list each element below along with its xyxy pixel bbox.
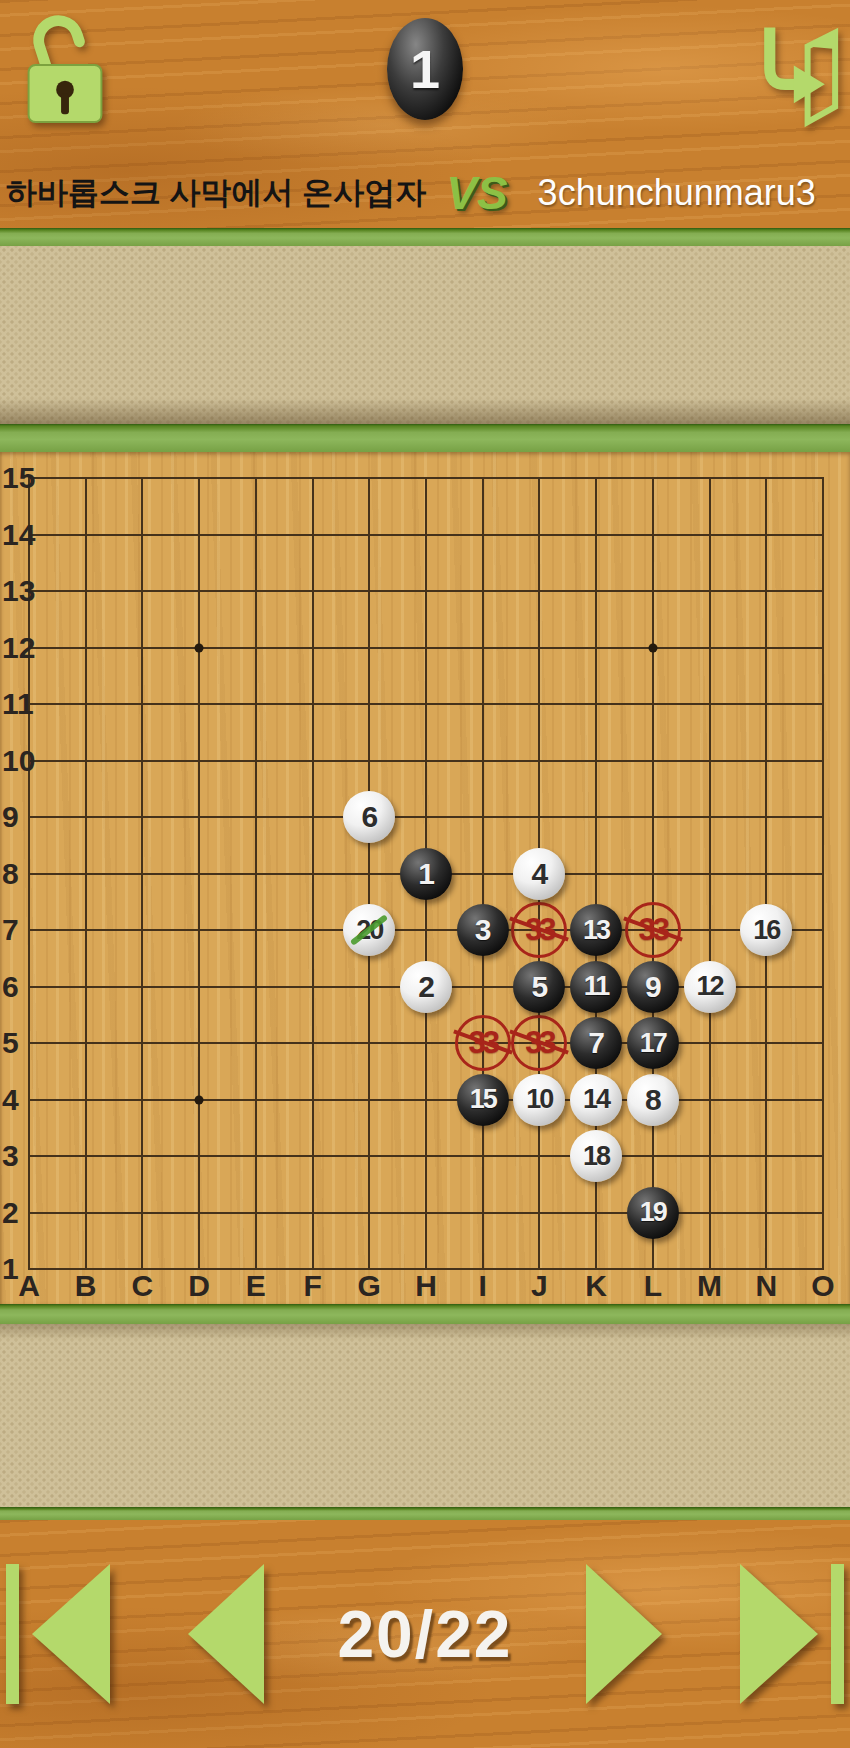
nav-bar: 20/22 — [0, 1520, 850, 1748]
exit-arrow-icon — [756, 18, 842, 130]
previous-move-icon — [186, 1559, 268, 1709]
forbidden-33-mark: 33 — [455, 1015, 511, 1071]
stone-black-19: 19 — [627, 1187, 679, 1239]
col-labels: ABCDEFGHIJKLMNO — [28, 1268, 824, 1304]
col-label: I — [479, 1268, 487, 1304]
star-point — [195, 1095, 204, 1104]
row-label: 3 — [2, 1139, 19, 1173]
stone-white-14: 14 — [570, 1074, 622, 1126]
player-black-name: 하바롭스크 사막에서 온사업자 — [6, 172, 426, 214]
exit-button[interactable] — [756, 18, 842, 130]
col-label: N — [755, 1268, 777, 1304]
stone-black-11: 11 — [570, 961, 622, 1013]
stone-white-2: 2 — [400, 961, 452, 1013]
first-move-button[interactable] — [4, 1559, 116, 1709]
skip-to-last-icon — [734, 1559, 846, 1709]
player-white-name: 3chunchunmaru3 — [538, 172, 816, 214]
grid-line — [28, 929, 824, 931]
forbidden-33-mark: 33 — [511, 1015, 567, 1071]
row-label: 2 — [2, 1196, 19, 1230]
row-label: 7 — [2, 913, 19, 947]
grid-line — [709, 477, 711, 1270]
col-label: O — [811, 1268, 834, 1304]
row-label: 10 — [2, 744, 35, 778]
col-label: M — [697, 1268, 722, 1304]
stone-black-17: 17 — [627, 1017, 679, 1069]
turn-stone-badge: 1 — [387, 18, 463, 120]
col-label: A — [18, 1268, 40, 1304]
col-label: L — [644, 1268, 662, 1304]
stone-black-7: 7 — [570, 1017, 622, 1069]
row-label: 1 — [2, 1252, 19, 1286]
stone-black-5: 5 — [513, 961, 565, 1013]
top-bar: 1 하바롭스크 사막에서 온사업자 VS 3chunchunmaru3 — [0, 0, 850, 228]
grid-line — [482, 477, 484, 1270]
stone-white-20: 20 — [343, 904, 395, 956]
stone-white-4: 4 — [513, 848, 565, 900]
col-label: F — [303, 1268, 321, 1304]
stone-white-8: 8 — [627, 1074, 679, 1126]
col-label: G — [358, 1268, 381, 1304]
grid-line — [822, 477, 824, 1270]
grid-line — [652, 477, 654, 1270]
row-label: 15 — [2, 461, 35, 495]
stone-black-3: 3 — [457, 904, 509, 956]
grid-line — [765, 477, 767, 1270]
row-label: 14 — [2, 518, 35, 552]
next-move-button[interactable] — [582, 1559, 664, 1709]
col-label: D — [188, 1268, 210, 1304]
row-label: 11 — [2, 687, 34, 721]
grid-line — [28, 1099, 824, 1101]
grid-line — [28, 1212, 824, 1214]
app-screen: 1 하바롭스크 사막에서 온사업자 VS 3chunchunmaru3 3333… — [0, 0, 850, 1748]
col-label: E — [246, 1268, 266, 1304]
vs-label: VS — [446, 166, 507, 220]
col-label: J — [531, 1268, 548, 1304]
row-label: 12 — [2, 631, 35, 665]
turn-stone-number: 1 — [410, 38, 440, 100]
star-point — [648, 643, 657, 652]
last-move-button[interactable] — [734, 1559, 846, 1709]
stone-black-9: 9 — [627, 961, 679, 1013]
board-lines: 333333331234567891011121314151617181920 — [28, 477, 824, 1270]
row-label: 8 — [2, 857, 19, 891]
stone-white-6: 6 — [343, 791, 395, 843]
game-board[interactable]: 333333331234567891011121314151617181920 … — [0, 452, 850, 1304]
stone-black-13: 13 — [570, 904, 622, 956]
row-label: 5 — [2, 1026, 19, 1060]
row-label: 4 — [2, 1083, 19, 1117]
stone-black-1: 1 — [400, 848, 452, 900]
stone-white-10: 10 — [513, 1074, 565, 1126]
stone-white-18: 18 — [570, 1130, 622, 1182]
grid-line — [28, 1155, 824, 1157]
info-panel-top — [0, 246, 850, 424]
decorative-strip-top — [0, 228, 850, 246]
col-label: H — [415, 1268, 437, 1304]
move-counter: 20/22 — [337, 1596, 512, 1672]
prev-move-button[interactable] — [186, 1559, 268, 1709]
row-labels: 151413121110987654321 — [0, 477, 30, 1270]
forbidden-33-mark: 33 — [511, 902, 567, 958]
stone-white-12: 12 — [684, 961, 736, 1013]
col-label: B — [75, 1268, 97, 1304]
col-label: C — [132, 1268, 154, 1304]
forbidden-33-mark: 33 — [625, 902, 681, 958]
skip-to-first-icon — [4, 1559, 116, 1709]
grid-line — [28, 1042, 824, 1044]
stone-white-16: 16 — [740, 904, 792, 956]
lock-button[interactable] — [16, 6, 116, 128]
row-label: 9 — [2, 800, 19, 834]
col-label: K — [585, 1268, 607, 1304]
row-label: 6 — [2, 970, 19, 1004]
open-padlock-icon — [16, 6, 116, 128]
next-move-icon — [582, 1559, 664, 1709]
decorative-strip-bottom — [0, 1507, 850, 1520]
decorative-strip-above-board — [0, 424, 850, 452]
row-label: 13 — [2, 574, 35, 608]
players-row: 하바롭스크 사막에서 온사업자 VS 3chunchunmaru3 — [0, 166, 850, 220]
stone-black-15: 15 — [457, 1074, 509, 1126]
decorative-strip-below-board — [0, 1304, 850, 1324]
star-point — [195, 643, 204, 652]
info-panel-bottom — [0, 1324, 850, 1507]
